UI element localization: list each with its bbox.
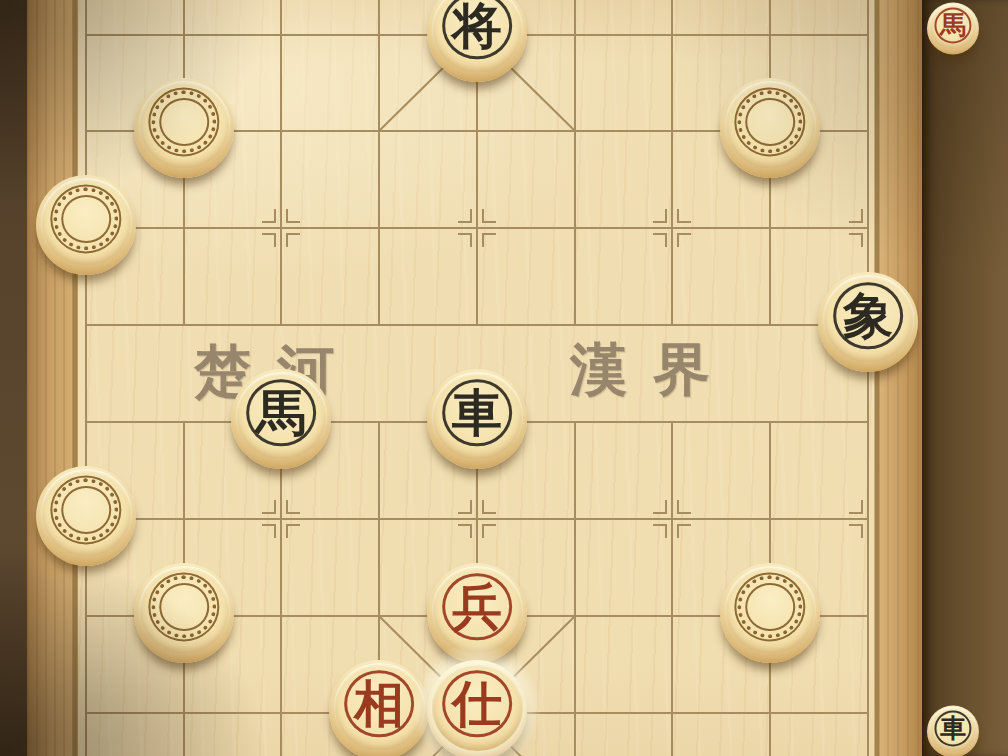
piece-face: 車 <box>929 707 976 753</box>
tray-piece-bottom-right: 車 <box>927 705 979 756</box>
piece-face: 車 <box>432 372 523 460</box>
face-down-ornament-ring <box>159 98 209 146</box>
piece-black-horse[interactable]: 馬 <box>231 369 331 469</box>
piece-face: 将 <box>432 0 523 73</box>
piece-character: 将 <box>432 1 523 51</box>
piece-character: 車 <box>432 388 523 438</box>
piece-face: 馬 <box>929 4 976 50</box>
piece-face <box>139 81 230 169</box>
piece-character: 馬 <box>929 12 976 38</box>
xiangqi-game-screen: 楚河 漢界 将象馬車兵相仕 馬車 <box>0 0 1008 756</box>
face-down-ornament-ring <box>61 195 111 243</box>
piece-face: 馬 <box>236 372 327 460</box>
piece-face: 仕 <box>432 663 523 751</box>
piece-hidden-b-cannon-right[interactable] <box>720 78 820 178</box>
river-label-right: 漢界 <box>570 332 736 409</box>
piece-face: 象 <box>823 275 914 363</box>
piece-hidden-b-soldier-left[interactable] <box>36 175 136 275</box>
piece-face <box>725 566 816 654</box>
piece-character: 馬 <box>236 388 327 438</box>
face-down-ornament-ring <box>159 583 209 631</box>
piece-hidden-r-cannon-left[interactable] <box>134 563 234 663</box>
face-down-ornament-ring <box>61 486 111 534</box>
piece-hidden-r-soldier-left[interactable] <box>36 466 136 566</box>
tray-piece-top-right: 馬 <box>927 2 979 54</box>
piece-black-elephant[interactable]: 象 <box>818 272 918 372</box>
piece-face <box>41 178 132 266</box>
piece-character: 車 <box>929 715 976 741</box>
face-down-ornament-ring <box>745 98 795 146</box>
piece-red-advisor[interactable]: 仕 <box>427 660 527 756</box>
piece-character: 象 <box>823 291 914 341</box>
face-down-ornament-ring <box>745 583 795 631</box>
piece-hidden-b-cannon-left[interactable] <box>134 78 234 178</box>
piece-face <box>725 81 816 169</box>
piece-face <box>139 566 230 654</box>
piece-character: 仕 <box>432 679 523 729</box>
piece-character: 兵 <box>432 582 523 632</box>
piece-hidden-r-cannon-right[interactable] <box>720 563 820 663</box>
piece-face <box>41 469 132 557</box>
piece-black-chariot[interactable]: 車 <box>427 369 527 469</box>
